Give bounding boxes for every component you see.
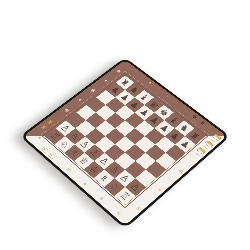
decoration-glyph: ✧ — [165, 94, 171, 99]
decoration-glyph: ♛ — [199, 120, 207, 126]
product-photo-canvas: ❄✦❄✧❄ ✧✦✧ ♚♛ ♜♜ ✶ ✳❄✦❄✳ ❄✦❄ ♜♞♝♛♚♝♞♜♟♟♟♟… — [0, 0, 250, 250]
caption-bar — [211, 139, 215, 142]
decoration-glyph: ✦ — [155, 186, 164, 194]
mini-pictogram-group — [41, 147, 55, 159]
caption-bar — [203, 146, 207, 150]
decoration-glyph: ❄ — [64, 166, 73, 173]
chess-board: ♜♞♝♛♚♝♞♜♟♟♟♟♟♟♟♟♙♙♙♙♙♙♙♙♖♘♗♕♔♗♘♖ — [45, 75, 206, 205]
decoration-glyph: ✦ — [147, 81, 153, 86]
decoration-glyph: ❄ — [176, 168, 185, 175]
decoration-glyph: ✳ — [114, 209, 123, 217]
decoration-glyph: ♚ — [191, 114, 199, 120]
decoration-glyph: ❄ — [114, 68, 122, 74]
chess-mat: ❄✦❄✧❄ ✧✦✧ ♚♛ ♜♜ ✶ ✳❄✦❄✳ ❄✦❄ ♜♞♝♛♚♝♞♜♟♟♟♟… — [20, 58, 230, 229]
decoration-glyph: ❄ — [134, 205, 143, 213]
caption-bar — [195, 152, 199, 156]
decoration-glyph: ✦ — [80, 180, 89, 188]
decoration-glyph: ❄ — [62, 107, 71, 114]
decoration-glyph: ✳ — [49, 153, 58, 160]
decoration-glyph: ✧ — [130, 67, 136, 71]
board-frame: ♜♞♝♛♚♝♞♜♟♟♟♟♟♟♟♟♙♙♙♙♙♙♙♙♖♘♗♕♔♗♘♖ — [42, 73, 208, 208]
mini-card-pictogram — [41, 147, 49, 153]
decoration-glyph: ❄ — [97, 195, 106, 203]
board-pictogram — [197, 147, 206, 155]
decoration-glyph: ♜ — [39, 124, 48, 131]
decoration-glyph: ♜ — [45, 119, 54, 126]
decoration-glyph: ❄ — [89, 87, 97, 93]
clock-pictogram — [212, 134, 221, 141]
decoration-glyph: ✧ — [76, 97, 84, 104]
decoration-glyph: ✦ — [102, 78, 110, 84]
score-table-pictogram — [204, 140, 213, 147]
mini-card-pictogram — [48, 153, 56, 159]
